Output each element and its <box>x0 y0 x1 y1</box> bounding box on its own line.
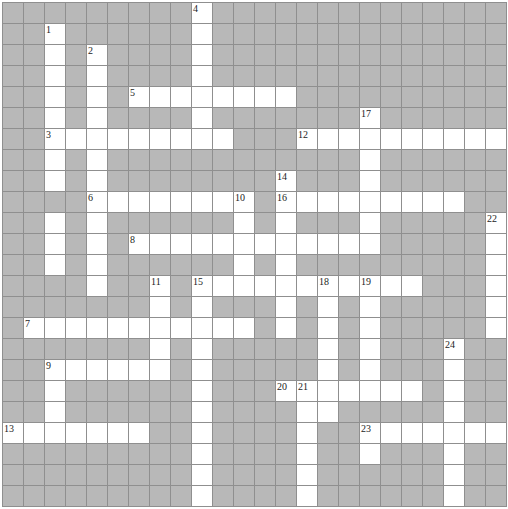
blocked-cell <box>423 381 444 402</box>
grid-cell[interactable] <box>318 129 339 150</box>
blocked-cell <box>486 402 507 423</box>
blocked-cell <box>381 402 402 423</box>
grid-cell[interactable] <box>234 276 255 297</box>
blocked-cell <box>150 3 171 24</box>
grid-cell[interactable] <box>213 234 234 255</box>
grid-cell[interactable] <box>486 276 507 297</box>
blocked-cell <box>465 360 486 381</box>
grid-cell[interactable] <box>318 402 339 423</box>
grid-cell[interactable] <box>45 423 66 444</box>
blocked-cell <box>297 255 318 276</box>
grid-cell[interactable] <box>87 234 108 255</box>
grid-cell[interactable] <box>402 276 423 297</box>
grid-cell[interactable] <box>360 339 381 360</box>
blocked-cell <box>318 108 339 129</box>
blocked-cell <box>444 213 465 234</box>
grid-cell[interactable] <box>486 318 507 339</box>
grid-cell[interactable] <box>87 276 108 297</box>
grid-cell[interactable] <box>360 192 381 213</box>
grid-cell[interactable] <box>360 360 381 381</box>
grid-cell[interactable] <box>318 339 339 360</box>
grid-cell[interactable] <box>318 192 339 213</box>
grid-cell[interactable] <box>213 129 234 150</box>
grid-cell[interactable] <box>339 276 360 297</box>
blocked-cell <box>129 66 150 87</box>
grid-cell[interactable] <box>66 129 87 150</box>
grid-cell[interactable] <box>45 150 66 171</box>
blocked-cell <box>129 108 150 129</box>
grid-cell[interactable] <box>150 129 171 150</box>
grid-cell[interactable] <box>129 192 150 213</box>
blocked-cell <box>66 24 87 45</box>
blocked-cell <box>318 66 339 87</box>
blocked-cell <box>3 318 24 339</box>
blocked-cell <box>402 24 423 45</box>
grid-cell[interactable] <box>360 171 381 192</box>
blocked-cell <box>24 234 45 255</box>
blocked-cell <box>339 87 360 108</box>
blocked-cell <box>171 444 192 465</box>
blocked-cell <box>234 24 255 45</box>
grid-cell[interactable] <box>45 381 66 402</box>
grid-cell[interactable] <box>276 234 297 255</box>
blocked-cell <box>339 45 360 66</box>
blocked-cell <box>66 381 87 402</box>
grid-cell[interactable]: 1 <box>45 24 66 45</box>
grid-cell[interactable]: 13 <box>3 423 24 444</box>
grid-cell[interactable] <box>45 171 66 192</box>
clue-number: 12 <box>298 129 308 140</box>
grid-cell[interactable] <box>360 318 381 339</box>
blocked-cell <box>381 213 402 234</box>
grid-cell[interactable]: 24 <box>444 339 465 360</box>
blocked-cell <box>234 297 255 318</box>
blocked-cell <box>339 24 360 45</box>
grid-cell[interactable] <box>87 150 108 171</box>
grid-cell[interactable] <box>87 255 108 276</box>
grid-cell[interactable] <box>423 192 444 213</box>
blocked-cell <box>402 297 423 318</box>
grid-cell[interactable] <box>129 129 150 150</box>
grid-cell[interactable] <box>402 423 423 444</box>
grid-cell[interactable] <box>150 297 171 318</box>
grid-cell[interactable] <box>381 192 402 213</box>
blocked-cell <box>129 486 150 507</box>
grid-cell[interactable] <box>192 423 213 444</box>
grid-cell[interactable] <box>276 213 297 234</box>
clue-number: 7 <box>25 318 30 329</box>
grid-cell[interactable]: 18 <box>318 276 339 297</box>
grid-cell[interactable] <box>444 486 465 507</box>
grid-cell[interactable] <box>465 129 486 150</box>
grid-cell[interactable] <box>87 129 108 150</box>
grid-cell[interactable]: 4 <box>192 3 213 24</box>
blocked-cell <box>3 171 24 192</box>
grid-cell[interactable] <box>255 276 276 297</box>
grid-cell[interactable] <box>360 381 381 402</box>
blocked-cell <box>465 192 486 213</box>
grid-cell[interactable] <box>150 87 171 108</box>
grid-cell[interactable] <box>66 360 87 381</box>
grid-cell[interactable] <box>297 444 318 465</box>
blocked-cell <box>318 3 339 24</box>
clue-number: 20 <box>277 381 287 392</box>
grid-cell[interactable] <box>255 234 276 255</box>
grid-cell[interactable] <box>45 255 66 276</box>
clue-number: 16 <box>277 192 287 203</box>
grid-cell[interactable] <box>192 360 213 381</box>
grid-cell[interactable]: 10 <box>234 192 255 213</box>
blocked-cell <box>276 423 297 444</box>
grid-cell[interactable] <box>192 339 213 360</box>
grid-cell[interactable] <box>234 318 255 339</box>
blocked-cell <box>234 339 255 360</box>
grid-cell[interactable] <box>192 66 213 87</box>
grid-cell[interactable] <box>360 444 381 465</box>
grid-cell[interactable] <box>360 129 381 150</box>
blocked-cell <box>402 339 423 360</box>
blocked-cell <box>381 45 402 66</box>
blocked-cell <box>360 402 381 423</box>
grid-cell[interactable] <box>192 381 213 402</box>
grid-cell[interactable] <box>444 402 465 423</box>
blocked-cell <box>171 465 192 486</box>
blocked-cell <box>255 255 276 276</box>
grid-cell[interactable] <box>192 486 213 507</box>
blocked-cell <box>171 381 192 402</box>
grid-cell[interactable] <box>339 192 360 213</box>
grid-cell[interactable]: 9 <box>45 360 66 381</box>
grid-cell[interactable] <box>45 213 66 234</box>
blocked-cell <box>423 3 444 24</box>
grid-cell[interactable] <box>213 192 234 213</box>
blocked-cell <box>381 297 402 318</box>
grid-cell[interactable] <box>66 423 87 444</box>
grid-cell[interactable] <box>108 423 129 444</box>
grid-cell[interactable] <box>444 129 465 150</box>
grid-cell[interactable] <box>276 276 297 297</box>
blocked-cell <box>66 150 87 171</box>
blocked-cell <box>465 381 486 402</box>
grid-cell[interactable] <box>45 318 66 339</box>
blocked-cell <box>150 24 171 45</box>
blocked-cell <box>423 339 444 360</box>
grid-cell[interactable] <box>45 234 66 255</box>
grid-cell[interactable] <box>192 318 213 339</box>
grid-cell[interactable] <box>45 87 66 108</box>
blocked-cell <box>297 3 318 24</box>
grid-cell[interactable] <box>87 87 108 108</box>
blocked-cell <box>45 465 66 486</box>
grid-cell[interactable] <box>297 276 318 297</box>
grid-cell[interactable]: 21 <box>297 381 318 402</box>
blocked-cell <box>66 444 87 465</box>
blocked-cell <box>360 87 381 108</box>
blocked-cell <box>129 3 150 24</box>
grid-cell[interactable] <box>234 87 255 108</box>
blocked-cell <box>297 66 318 87</box>
grid-cell[interactable] <box>87 213 108 234</box>
grid-cell[interactable] <box>444 423 465 444</box>
grid-cell[interactable] <box>339 234 360 255</box>
grid-cell[interactable] <box>402 192 423 213</box>
blocked-cell <box>87 339 108 360</box>
grid-cell[interactable] <box>87 318 108 339</box>
grid-cell[interactable]: 7 <box>24 318 45 339</box>
grid-cell[interactable] <box>192 87 213 108</box>
clue-number: 19 <box>361 276 371 287</box>
grid-cell[interactable] <box>192 465 213 486</box>
grid-cell[interactable] <box>108 192 129 213</box>
blocked-cell <box>129 45 150 66</box>
grid-cell[interactable] <box>444 381 465 402</box>
grid-cell[interactable] <box>24 423 45 444</box>
grid-cell[interactable] <box>129 423 150 444</box>
grid-cell[interactable] <box>297 465 318 486</box>
grid-cell[interactable] <box>486 234 507 255</box>
blocked-cell <box>381 66 402 87</box>
blocked-cell <box>45 339 66 360</box>
grid-cell[interactable]: 16 <box>276 192 297 213</box>
grid-cell[interactable] <box>87 423 108 444</box>
crossword-grid: 412517312146101622811151819724920211323 <box>2 2 507 507</box>
grid-cell[interactable] <box>192 444 213 465</box>
blocked-cell <box>276 360 297 381</box>
grid-cell[interactable] <box>171 318 192 339</box>
grid-cell[interactable] <box>192 192 213 213</box>
grid-cell[interactable] <box>444 360 465 381</box>
grid-cell[interactable]: 20 <box>276 381 297 402</box>
grid-cell[interactable] <box>360 213 381 234</box>
grid-cell[interactable] <box>444 444 465 465</box>
grid-cell[interactable] <box>234 255 255 276</box>
grid-cell[interactable] <box>318 297 339 318</box>
clue-number: 22 <box>487 213 497 224</box>
grid-cell[interactable] <box>192 45 213 66</box>
grid-cell[interactable] <box>339 129 360 150</box>
grid-cell[interactable] <box>45 108 66 129</box>
blocked-cell <box>339 423 360 444</box>
grid-cell[interactable] <box>465 423 486 444</box>
blocked-cell <box>486 108 507 129</box>
grid-cell[interactable] <box>45 402 66 423</box>
grid-cell[interactable] <box>402 129 423 150</box>
grid-cell[interactable] <box>171 192 192 213</box>
grid-cell[interactable] <box>318 381 339 402</box>
blocked-cell <box>24 402 45 423</box>
blocked-cell <box>423 66 444 87</box>
grid-cell[interactable] <box>129 360 150 381</box>
grid-cell[interactable]: 11 <box>150 276 171 297</box>
blocked-cell <box>255 192 276 213</box>
grid-cell[interactable] <box>66 318 87 339</box>
blocked-cell <box>465 3 486 24</box>
grid-cell[interactable]: 12 <box>297 129 318 150</box>
grid-cell[interactable] <box>108 318 129 339</box>
grid-cell[interactable] <box>297 486 318 507</box>
clue-number: 3 <box>46 129 51 140</box>
grid-cell[interactable] <box>423 129 444 150</box>
blocked-cell <box>381 87 402 108</box>
grid-cell[interactable] <box>381 276 402 297</box>
blocked-cell <box>339 150 360 171</box>
grid-cell[interactable] <box>381 381 402 402</box>
grid-cell[interactable] <box>192 24 213 45</box>
blocked-cell <box>87 24 108 45</box>
grid-cell[interactable]: 5 <box>129 87 150 108</box>
blocked-cell <box>255 171 276 192</box>
grid-cell[interactable] <box>45 66 66 87</box>
blocked-cell <box>444 234 465 255</box>
grid-cell[interactable] <box>339 381 360 402</box>
blocked-cell <box>360 486 381 507</box>
blocked-cell <box>24 192 45 213</box>
blocked-cell <box>3 108 24 129</box>
blocked-cell <box>108 297 129 318</box>
grid-cell[interactable] <box>108 360 129 381</box>
blocked-cell <box>444 297 465 318</box>
blocked-cell <box>234 402 255 423</box>
grid-cell[interactable] <box>318 234 339 255</box>
blocked-cell <box>129 297 150 318</box>
grid-cell[interactable] <box>402 381 423 402</box>
grid-cell[interactable] <box>486 297 507 318</box>
grid-cell[interactable] <box>87 360 108 381</box>
blocked-cell <box>402 213 423 234</box>
blocked-cell <box>150 486 171 507</box>
blocked-cell <box>66 297 87 318</box>
grid-cell[interactable] <box>150 192 171 213</box>
grid-cell[interactable] <box>45 45 66 66</box>
blocked-cell <box>486 192 507 213</box>
grid-cell[interactable]: 23 <box>360 423 381 444</box>
blocked-cell <box>171 402 192 423</box>
grid-cell[interactable] <box>234 213 255 234</box>
blocked-cell <box>24 129 45 150</box>
grid-cell[interactable] <box>87 108 108 129</box>
grid-cell[interactable] <box>234 234 255 255</box>
grid-cell[interactable] <box>192 234 213 255</box>
grid-cell[interactable] <box>486 423 507 444</box>
blocked-cell <box>423 486 444 507</box>
grid-cell[interactable] <box>360 234 381 255</box>
grid-cell[interactable] <box>381 423 402 444</box>
grid-cell[interactable] <box>87 171 108 192</box>
blocked-cell <box>444 318 465 339</box>
grid-cell[interactable]: 3 <box>45 129 66 150</box>
grid-cell[interactable]: 8 <box>129 234 150 255</box>
grid-cell[interactable] <box>192 402 213 423</box>
blocked-cell <box>45 486 66 507</box>
grid-cell[interactable] <box>150 318 171 339</box>
blocked-cell <box>24 45 45 66</box>
grid-cell[interactable]: 19 <box>360 276 381 297</box>
grid-cell[interactable] <box>360 150 381 171</box>
grid-cell[interactable]: 17 <box>360 108 381 129</box>
grid-cell[interactable] <box>297 234 318 255</box>
blocked-cell <box>444 150 465 171</box>
blocked-cell <box>255 486 276 507</box>
grid-cell[interactable] <box>108 129 129 150</box>
grid-cell[interactable]: 14 <box>276 171 297 192</box>
blocked-cell <box>3 45 24 66</box>
grid-cell[interactable] <box>297 192 318 213</box>
grid-cell[interactable] <box>276 297 297 318</box>
blocked-cell <box>192 213 213 234</box>
grid-cell[interactable]: 22 <box>486 213 507 234</box>
blocked-cell <box>129 24 150 45</box>
blocked-cell <box>129 255 150 276</box>
blocked-cell <box>297 87 318 108</box>
blocked-cell <box>339 297 360 318</box>
clue-number: 6 <box>88 192 93 203</box>
blocked-cell <box>381 150 402 171</box>
grid-cell[interactable]: 15 <box>192 276 213 297</box>
grid-cell[interactable]: 2 <box>87 45 108 66</box>
clue-number: 23 <box>361 423 371 434</box>
grid-cell[interactable] <box>171 234 192 255</box>
grid-cell[interactable] <box>360 297 381 318</box>
blocked-cell <box>171 66 192 87</box>
blocked-cell <box>339 444 360 465</box>
grid-cell[interactable] <box>213 87 234 108</box>
grid-cell[interactable] <box>486 255 507 276</box>
grid-cell[interactable] <box>255 87 276 108</box>
blocked-cell <box>339 339 360 360</box>
blocked-cell <box>444 171 465 192</box>
blocked-cell <box>360 66 381 87</box>
blocked-cell <box>465 444 486 465</box>
blocked-cell <box>297 360 318 381</box>
grid-cell[interactable] <box>150 234 171 255</box>
blocked-cell <box>255 465 276 486</box>
grid-cell[interactable] <box>192 129 213 150</box>
grid-cell[interactable] <box>192 297 213 318</box>
grid-cell[interactable] <box>444 465 465 486</box>
blocked-cell <box>402 108 423 129</box>
grid-cell[interactable] <box>87 66 108 87</box>
grid-cell[interactable] <box>318 360 339 381</box>
grid-cell[interactable] <box>129 318 150 339</box>
clue-number: 2 <box>88 45 93 56</box>
grid-cell[interactable] <box>423 423 444 444</box>
grid-cell[interactable] <box>276 255 297 276</box>
grid-cell[interactable] <box>150 360 171 381</box>
blocked-cell <box>444 24 465 45</box>
grid-cell[interactable] <box>381 129 402 150</box>
grid-cell[interactable] <box>171 87 192 108</box>
blocked-cell <box>339 171 360 192</box>
grid-cell[interactable] <box>213 318 234 339</box>
grid-cell[interactable] <box>150 339 171 360</box>
grid-cell[interactable] <box>444 192 465 213</box>
blocked-cell <box>318 87 339 108</box>
blocked-cell <box>297 339 318 360</box>
grid-cell[interactable] <box>171 129 192 150</box>
grid-cell[interactable] <box>213 276 234 297</box>
blocked-cell <box>24 339 45 360</box>
clue-number: 13 <box>4 423 14 434</box>
grid-cell[interactable] <box>318 318 339 339</box>
blocked-cell <box>423 276 444 297</box>
grid-cell[interactable] <box>486 129 507 150</box>
grid-cell[interactable] <box>276 87 297 108</box>
grid-cell[interactable] <box>297 423 318 444</box>
grid-cell[interactable] <box>192 108 213 129</box>
grid-cell[interactable] <box>276 318 297 339</box>
grid-cell[interactable]: 6 <box>87 192 108 213</box>
grid-cell[interactable] <box>297 402 318 423</box>
